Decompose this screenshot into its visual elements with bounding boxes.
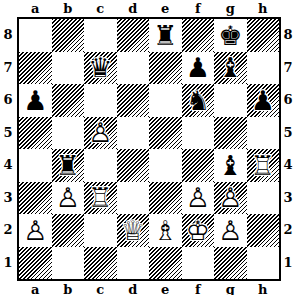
- file-label-top-b: b: [52, 1, 85, 16]
- square-g3[interactable]: ♟♙: [214, 182, 247, 215]
- white-pawn-f3[interactable]: ♟♙: [182, 182, 215, 215]
- square-d5[interactable]: [117, 117, 150, 150]
- black-knight-f6[interactable]: ♞♞: [182, 84, 215, 117]
- white-pawn-c5[interactable]: ♟♙: [84, 117, 117, 150]
- white-pawn-g2[interactable]: ♟♙: [214, 214, 247, 247]
- square-d3[interactable]: [117, 182, 150, 215]
- square-f7[interactable]: ♟♟: [182, 52, 215, 85]
- piece-glyph: ♟: [247, 84, 280, 117]
- file-label-top-e: e: [149, 1, 182, 16]
- rank-label-left-7: 7: [1, 52, 15, 85]
- square-a7[interactable]: [19, 52, 52, 85]
- square-b2[interactable]: [52, 214, 85, 247]
- square-a1[interactable]: [19, 247, 52, 280]
- square-e4[interactable]: [149, 149, 182, 182]
- square-f4[interactable]: [182, 149, 215, 182]
- square-d4[interactable]: [117, 149, 150, 182]
- piece-glyph: ♖: [84, 182, 117, 215]
- piece-glyph: ♝: [214, 52, 247, 85]
- square-c6[interactable]: [84, 84, 117, 117]
- chess-diagram: ♜♜♚♚♛♛♟♟♝♝♟♟♞♞♟♟♟♙♜♜♝♝♜♖♟♙♜♖♟♙♟♙♟♙♛♕♝♗♚♔…: [0, 0, 295, 295]
- square-e1[interactable]: [149, 247, 182, 280]
- square-b7[interactable]: [52, 52, 85, 85]
- square-h5[interactable]: [247, 117, 280, 150]
- square-g6[interactable]: [214, 84, 247, 117]
- square-f5[interactable]: [182, 117, 215, 150]
- square-b6[interactable]: [52, 84, 85, 117]
- square-a3[interactable]: [19, 182, 52, 215]
- rank-label-right-7: 7: [281, 52, 295, 85]
- square-g8[interactable]: ♚♚: [214, 19, 247, 52]
- piece-glyph: ♗: [149, 214, 182, 247]
- piece-glyph: ♔: [182, 214, 215, 247]
- rank-label-right-6: 6: [281, 84, 295, 117]
- square-g1[interactable]: [214, 247, 247, 280]
- black-bishop-g7[interactable]: ♝♝: [214, 52, 247, 85]
- file-label-top-c: c: [84, 1, 117, 16]
- square-h2[interactable]: [247, 214, 280, 247]
- square-f2[interactable]: ♚♔: [182, 214, 215, 247]
- square-h1[interactable]: [247, 247, 280, 280]
- square-a2[interactable]: ♟♙: [19, 214, 52, 247]
- black-pawn-f7[interactable]: ♟♟: [182, 52, 215, 85]
- square-f8[interactable]: [182, 19, 215, 52]
- file-label-bottom-c: c: [84, 282, 117, 295]
- square-c3[interactable]: ♜♖: [84, 182, 117, 215]
- square-g5[interactable]: [214, 117, 247, 150]
- white-bishop-e2[interactable]: ♝♗: [149, 214, 182, 247]
- file-label-bottom-d: d: [117, 282, 150, 295]
- black-pawn-a6[interactable]: ♟♟: [19, 84, 52, 117]
- white-pawn-g3[interactable]: ♟♙: [214, 182, 247, 215]
- square-e6[interactable]: [149, 84, 182, 117]
- square-c2[interactable]: [84, 214, 117, 247]
- rank-label-right-8: 8: [281, 19, 295, 52]
- square-g2[interactable]: ♟♙: [214, 214, 247, 247]
- piece-glyph: ♟: [19, 84, 52, 117]
- square-b8[interactable]: [52, 19, 85, 52]
- piece-glyph: ♙: [214, 182, 247, 215]
- square-h8[interactable]: [247, 19, 280, 52]
- white-rook-c3[interactable]: ♜♖: [84, 182, 117, 215]
- square-h4[interactable]: ♜♖: [247, 149, 280, 182]
- rank-label-right-3: 3: [281, 182, 295, 215]
- rank-label-right-2: 2: [281, 214, 295, 247]
- rank-label-left-8: 8: [1, 19, 15, 52]
- square-h3[interactable]: [247, 182, 280, 215]
- black-pawn-h6[interactable]: ♟♟: [247, 84, 280, 117]
- square-a8[interactable]: [19, 19, 52, 52]
- square-b3[interactable]: ♟♙: [52, 182, 85, 215]
- black-rook-b4[interactable]: ♜♜: [52, 149, 85, 182]
- file-label-bottom-g: g: [214, 282, 247, 295]
- rank-label-right-1: 1: [281, 247, 295, 280]
- square-c5[interactable]: ♟♙: [84, 117, 117, 150]
- piece-glyph: ♚: [214, 19, 247, 52]
- square-d8[interactable]: [117, 19, 150, 52]
- piece-glyph: ♜: [52, 149, 85, 182]
- rank-label-right-5: 5: [281, 117, 295, 150]
- white-queen-d2[interactable]: ♛♕: [117, 214, 150, 247]
- square-b5[interactable]: [52, 117, 85, 150]
- rank-label-left-5: 5: [1, 117, 15, 150]
- piece-glyph: ♟: [182, 52, 215, 85]
- square-f1[interactable]: [182, 247, 215, 280]
- square-d1[interactable]: [117, 247, 150, 280]
- rank-label-right-4: 4: [281, 149, 295, 182]
- black-king-g8[interactable]: ♚♚: [214, 19, 247, 52]
- square-h6[interactable]: ♟♟: [247, 84, 280, 117]
- file-label-bottom-h: h: [247, 282, 280, 295]
- square-c4[interactable]: [84, 149, 117, 182]
- rank-label-left-2: 2: [1, 214, 15, 247]
- chess-board: ♜♜♚♚♛♛♟♟♝♝♟♟♞♞♟♟♟♙♜♜♝♝♜♖♟♙♜♖♟♙♟♙♟♙♛♕♝♗♚♔…: [17, 17, 281, 281]
- square-c7[interactable]: ♛♛: [84, 52, 117, 85]
- piece-glyph: ♙: [52, 182, 85, 215]
- piece-glyph: ♙: [84, 117, 117, 150]
- piece-glyph: ♖: [247, 149, 280, 182]
- piece-glyph: ♜: [149, 19, 182, 52]
- square-c1[interactable]: [84, 247, 117, 280]
- black-bishop-g4[interactable]: ♝♝: [214, 149, 247, 182]
- rank-label-left-4: 4: [1, 149, 15, 182]
- file-label-top-h: h: [247, 1, 280, 16]
- square-d6[interactable]: [117, 84, 150, 117]
- square-a5[interactable]: [19, 117, 52, 150]
- file-label-top-d: d: [117, 1, 150, 16]
- square-g4[interactable]: ♝♝: [214, 149, 247, 182]
- square-b1[interactable]: [52, 247, 85, 280]
- rank-label-left-1: 1: [1, 247, 15, 280]
- square-d7[interactable]: [117, 52, 150, 85]
- square-c8[interactable]: [84, 19, 117, 52]
- piece-glyph: ♛: [84, 52, 117, 85]
- rank-label-left-6: 6: [1, 84, 15, 117]
- square-e2[interactable]: ♝♗: [149, 214, 182, 247]
- file-label-top-g: g: [214, 1, 247, 16]
- square-h7[interactable]: [247, 52, 280, 85]
- white-pawn-a2[interactable]: ♟♙: [19, 214, 52, 247]
- square-d2[interactable]: ♛♕: [117, 214, 150, 247]
- square-e7[interactable]: [149, 52, 182, 85]
- square-g7[interactable]: ♝♝: [214, 52, 247, 85]
- black-rook-e8[interactable]: ♜♜: [149, 19, 182, 52]
- piece-glyph: ♙: [214, 214, 247, 247]
- white-rook-h4[interactable]: ♜♖: [247, 149, 280, 182]
- file-label-bottom-b: b: [52, 282, 85, 295]
- file-label-bottom-f: f: [182, 282, 215, 295]
- white-pawn-b3[interactable]: ♟♙: [52, 182, 85, 215]
- piece-glyph: ♝: [214, 149, 247, 182]
- white-king-f2[interactable]: ♚♔: [182, 214, 215, 247]
- square-e3[interactable]: [149, 182, 182, 215]
- piece-glyph: ♙: [182, 182, 215, 215]
- square-e5[interactable]: [149, 117, 182, 150]
- file-label-top-a: a: [19, 1, 52, 16]
- square-b4[interactable]: ♜♜: [52, 149, 85, 182]
- square-f3[interactable]: ♟♙: [182, 182, 215, 215]
- piece-glyph: ♙: [19, 214, 52, 247]
- piece-glyph: ♞: [182, 84, 215, 117]
- square-e8[interactable]: ♜♜: [149, 19, 182, 52]
- rank-label-left-3: 3: [1, 182, 15, 215]
- file-label-top-f: f: [182, 1, 215, 16]
- file-label-bottom-a: a: [19, 282, 52, 295]
- square-a4[interactable]: [19, 149, 52, 182]
- piece-glyph: ♕: [117, 214, 150, 247]
- black-queen-c7[interactable]: ♛♛: [84, 52, 117, 85]
- file-label-bottom-e: e: [149, 282, 182, 295]
- square-f6[interactable]: ♞♞: [182, 84, 215, 117]
- square-a6[interactable]: ♟♟: [19, 84, 52, 117]
